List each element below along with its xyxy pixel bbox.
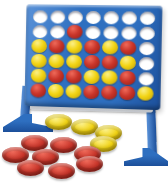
board-cell (120, 40, 136, 54)
red-disc (66, 69, 82, 83)
empty-hole (103, 26, 118, 39)
board-cell (119, 71, 135, 86)
empty-hole (50, 25, 65, 38)
board-cell (65, 84, 81, 98)
board-cell (139, 11, 156, 25)
board-cell (120, 56, 136, 70)
yellow-disc (31, 54, 47, 68)
empty-hole (138, 56, 153, 69)
yellow-disc (137, 86, 154, 101)
board-cell (84, 25, 100, 39)
board-grid (30, 9, 155, 101)
empty-hole (103, 11, 118, 24)
board-cell (120, 25, 136, 39)
board-cell (84, 70, 100, 84)
board-cell (32, 24, 48, 38)
red-disc (67, 25, 83, 39)
board-cell (31, 39, 47, 53)
board-cell (48, 69, 64, 83)
board-cell (31, 54, 47, 68)
board-cell (103, 10, 119, 24)
board-cell (102, 55, 118, 69)
board-cell (84, 40, 100, 54)
red-disc (48, 69, 64, 83)
board-cell (101, 85, 117, 99)
board-cell (30, 83, 46, 97)
empty-hole (139, 11, 154, 24)
empty-hole (139, 41, 154, 54)
board-cell (49, 24, 65, 38)
board-frame (24, 4, 162, 110)
board-cell (138, 41, 155, 55)
board-cell (102, 40, 118, 54)
board-cell (31, 69, 47, 83)
empty-hole (139, 26, 154, 39)
yellow-disc (65, 84, 81, 98)
red-disc (84, 55, 100, 69)
yellow-disc (48, 84, 64, 98)
empty-hole (68, 10, 83, 23)
board-cell (137, 86, 154, 101)
red-disc (101, 85, 117, 99)
empty-hole (32, 10, 47, 23)
yellow-disc (48, 54, 64, 68)
loose-red-disc (76, 156, 103, 172)
board-cell (48, 54, 64, 68)
board-cell (85, 10, 101, 24)
board-cell (48, 84, 64, 98)
board-cell (101, 70, 117, 84)
board-cell (84, 55, 100, 69)
board-cell (32, 9, 48, 23)
board-cell (66, 69, 82, 83)
red-disc (30, 83, 46, 97)
red-disc (102, 55, 118, 69)
yellow-disc (31, 39, 47, 53)
yellow-disc (66, 54, 82, 68)
board-cell (67, 10, 83, 24)
yellow-disc (84, 70, 100, 84)
yellow-disc (101, 70, 117, 84)
empty-hole (121, 26, 136, 39)
loose-red-disc (48, 163, 75, 179)
board-cell (66, 40, 82, 54)
board-cell (119, 86, 135, 101)
red-disc (119, 86, 135, 101)
board-cell (83, 85, 99, 99)
right-leg-foot (124, 148, 168, 166)
loose-yellow-disc (45, 114, 72, 130)
red-disc (84, 40, 100, 54)
empty-hole (138, 72, 153, 86)
red-disc (119, 71, 135, 86)
yellow-disc (120, 56, 136, 70)
board-cell (138, 56, 155, 71)
empty-hole (32, 25, 47, 38)
connect-four-photo (0, 0, 168, 185)
board-cell (138, 26, 155, 40)
empty-hole (85, 10, 100, 23)
board-cell (102, 25, 118, 39)
board-cell (121, 10, 137, 24)
yellow-disc (31, 69, 47, 83)
yellow-disc (66, 40, 82, 54)
board-cell (66, 54, 82, 68)
empty-hole (50, 10, 65, 23)
red-disc (120, 40, 136, 54)
board-cell (49, 39, 65, 53)
board-cell (49, 9, 65, 23)
empty-hole (85, 25, 100, 38)
red-disc (49, 39, 65, 53)
empty-hole (121, 11, 136, 24)
red-disc (83, 85, 99, 99)
yellow-disc (102, 40, 118, 54)
loose-red-disc (17, 160, 44, 176)
board-cell (67, 25, 83, 39)
board-cell (137, 71, 154, 86)
loose-yellow-disc (71, 119, 98, 135)
